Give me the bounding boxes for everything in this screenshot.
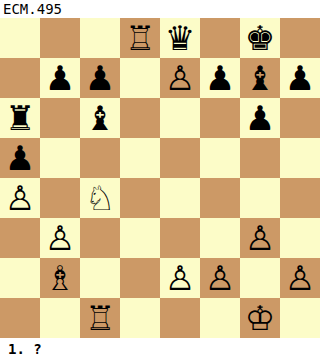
square-b3[interactable]: ♙	[40, 218, 80, 258]
square-g3[interactable]: ♙	[240, 218, 280, 258]
white-pawn-piece: ♙	[240, 218, 280, 258]
square-a2[interactable]	[0, 258, 40, 298]
square-a1[interactable]	[0, 298, 40, 338]
black-pawn-piece: ♟	[80, 58, 120, 98]
move-prompt: 1. ?	[0, 338, 320, 360]
black-bishop-piece: ♝	[80, 98, 120, 138]
square-h4[interactable]	[280, 178, 320, 218]
square-g5[interactable]	[240, 138, 280, 178]
square-h1[interactable]	[280, 298, 320, 338]
square-c8[interactable]	[80, 18, 120, 58]
square-d7[interactable]	[120, 58, 160, 98]
square-f2[interactable]: ♙	[200, 258, 240, 298]
square-f6[interactable]	[200, 98, 240, 138]
square-d1[interactable]	[120, 298, 160, 338]
white-pawn-piece: ♙	[0, 178, 40, 218]
square-d3[interactable]	[120, 218, 160, 258]
square-c5[interactable]	[80, 138, 120, 178]
square-d8[interactable]: ♖	[120, 18, 160, 58]
square-g4[interactable]	[240, 178, 280, 218]
white-rook-piece: ♖	[80, 298, 120, 338]
square-h8[interactable]	[280, 18, 320, 58]
square-a6[interactable]: ♜	[0, 98, 40, 138]
black-pawn-piece: ♟	[200, 58, 240, 98]
square-e5[interactable]	[160, 138, 200, 178]
white-pawn-piece: ♙	[160, 258, 200, 298]
square-g8[interactable]: ♚	[240, 18, 280, 58]
square-h7[interactable]: ♟	[280, 58, 320, 98]
black-rook-piece: ♜	[0, 98, 40, 138]
square-c6[interactable]: ♝	[80, 98, 120, 138]
square-g6[interactable]: ♟	[240, 98, 280, 138]
square-b4[interactable]	[40, 178, 80, 218]
square-e3[interactable]	[160, 218, 200, 258]
square-e7[interactable]: ♙	[160, 58, 200, 98]
square-c1[interactable]: ♖	[80, 298, 120, 338]
square-b5[interactable]	[40, 138, 80, 178]
square-g1[interactable]: ♔	[240, 298, 280, 338]
square-h5[interactable]	[280, 138, 320, 178]
square-a4[interactable]: ♙	[0, 178, 40, 218]
white-rook-piece: ♖	[120, 18, 160, 58]
puzzle-title: ECM.495	[0, 0, 320, 18]
square-e6[interactable]	[160, 98, 200, 138]
square-h6[interactable]	[280, 98, 320, 138]
square-b7[interactable]: ♟	[40, 58, 80, 98]
white-pawn-piece: ♙	[280, 258, 320, 298]
square-f4[interactable]	[200, 178, 240, 218]
square-a7[interactable]	[0, 58, 40, 98]
black-pawn-piece: ♟	[40, 58, 80, 98]
square-d6[interactable]	[120, 98, 160, 138]
square-b8[interactable]	[40, 18, 80, 58]
square-f5[interactable]	[200, 138, 240, 178]
black-king-piece: ♚	[240, 18, 280, 58]
square-d5[interactable]	[120, 138, 160, 178]
black-pawn-piece: ♟	[0, 138, 40, 178]
square-b6[interactable]	[40, 98, 80, 138]
square-f1[interactable]	[200, 298, 240, 338]
black-pawn-piece: ♟	[280, 58, 320, 98]
square-f3[interactable]	[200, 218, 240, 258]
square-c2[interactable]	[80, 258, 120, 298]
square-a8[interactable]	[0, 18, 40, 58]
square-h3[interactable]	[280, 218, 320, 258]
square-e8[interactable]: ♛	[160, 18, 200, 58]
white-king-piece: ♔	[240, 298, 280, 338]
square-h2[interactable]: ♙	[280, 258, 320, 298]
square-a3[interactable]	[0, 218, 40, 258]
square-c4[interactable]: ♘	[80, 178, 120, 218]
black-pawn-piece: ♟	[240, 98, 280, 138]
square-g7[interactable]: ♝	[240, 58, 280, 98]
square-e2[interactable]: ♙	[160, 258, 200, 298]
white-pawn-piece: ♙	[160, 58, 200, 98]
white-knight-piece: ♘	[80, 178, 120, 218]
square-b2[interactable]: ♗	[40, 258, 80, 298]
black-queen-piece: ♛	[160, 18, 200, 58]
white-bishop-piece: ♗	[40, 258, 80, 298]
square-g2[interactable]	[240, 258, 280, 298]
chess-board: ♖♛♚♟♟♙♟♝♟♜♝♟♟♙♘♙♙♗♙♙♙♖♔	[0, 18, 320, 338]
square-d2[interactable]	[120, 258, 160, 298]
square-a5[interactable]: ♟	[0, 138, 40, 178]
square-f7[interactable]: ♟	[200, 58, 240, 98]
square-e4[interactable]	[160, 178, 200, 218]
black-bishop-piece: ♝	[240, 58, 280, 98]
square-b1[interactable]	[40, 298, 80, 338]
square-c7[interactable]: ♟	[80, 58, 120, 98]
chess-puzzle-viewer: ECM.495 ♖♛♚♟♟♙♟♝♟♜♝♟♟♙♘♙♙♗♙♙♙♖♔ 1. ?	[0, 0, 320, 360]
square-e1[interactable]	[160, 298, 200, 338]
white-pawn-piece: ♙	[40, 218, 80, 258]
square-f8[interactable]	[200, 18, 240, 58]
white-pawn-piece: ♙	[200, 258, 240, 298]
square-c3[interactable]	[80, 218, 120, 258]
square-d4[interactable]	[120, 178, 160, 218]
